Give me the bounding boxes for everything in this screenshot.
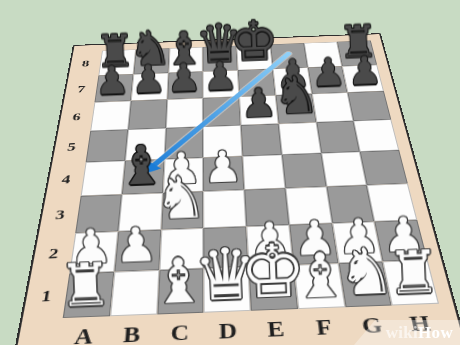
piece-white-pawn-d4[interactable]: ♟ (203, 145, 243, 190)
square-d3[interactable] (203, 190, 246, 228)
piece-black-knight-f6[interactable]: ♞ (272, 70, 320, 123)
square-e1[interactable]: ♚ (248, 265, 297, 311)
rank-label-7: 7 (64, 76, 99, 104)
file-label-e: E (251, 309, 303, 345)
piece-black-pawn-b7[interactable]: ♟ (130, 60, 166, 99)
square-c3[interactable]: ♞ (161, 191, 204, 229)
square-f5[interactable] (278, 122, 320, 154)
file-label-b: B (105, 314, 156, 345)
square-f4[interactable] (282, 153, 326, 188)
square-e6[interactable]: ♟ (239, 95, 278, 125)
square-h7[interactable]: ♟ (342, 65, 384, 93)
square-e8[interactable]: ♚ (236, 44, 272, 70)
square-a7[interactable]: ♟ (94, 74, 133, 102)
rank-label-5: 5 (52, 131, 90, 163)
square-h6[interactable] (348, 91, 392, 121)
file-label-d: D (204, 311, 253, 345)
piece-black-pawn-e6[interactable]: ♟ (240, 83, 277, 124)
square-e4[interactable] (242, 155, 285, 190)
square-h5[interactable] (354, 119, 400, 151)
square-g5[interactable] (316, 121, 360, 153)
piece-black-pawn-c7[interactable]: ♟ (166, 59, 202, 98)
screenshot-stage: 87654321ABCDEFGH♜♞♝♛♚♜♟♟♟♟♟♟♟♟♞♝♟♟♞♟♟♟♟♟… (0, 0, 460, 345)
square-h4[interactable] (360, 150, 408, 185)
file-label-f: F (298, 307, 352, 345)
square-d7[interactable]: ♟ (203, 70, 239, 98)
piece-black-pawn-d7[interactable]: ♟ (202, 57, 238, 96)
chess-board: 87654321ABCDEFGH♜♞♝♛♚♜♟♟♟♟♟♟♟♟♞♝♟♟♞♟♟♟♟♟… (11, 33, 460, 345)
square-a1[interactable]: ♜ (63, 272, 114, 318)
wikihow-watermark-wiki: wiki (386, 323, 418, 343)
rank-label-4: 4 (46, 162, 86, 197)
square-h1[interactable]: ♜ (383, 260, 439, 306)
square-a6[interactable] (90, 101, 130, 131)
square-f6[interactable]: ♞ (275, 94, 316, 124)
square-g1[interactable]: ♞ (338, 262, 392, 308)
board-grid: 87654321ABCDEFGH♜♞♝♛♚♜♟♟♟♟♟♟♟♟♞♝♟♟♞♟♟♟♟♟… (14, 34, 460, 345)
square-c7[interactable]: ♟ (167, 72, 203, 100)
wikihow-watermark-how: How (418, 323, 453, 343)
piece-white-rook-a1[interactable]: ♜ (58, 255, 113, 316)
rank-label-6: 6 (58, 102, 94, 132)
piece-black-pawn-h7[interactable]: ♟ (347, 52, 383, 91)
square-c6[interactable] (165, 98, 203, 128)
piece-white-knight-c3[interactable]: ♞ (154, 168, 208, 228)
square-b6[interactable] (128, 99, 167, 129)
file-label-c: C (155, 313, 204, 345)
square-e5[interactable] (241, 124, 282, 156)
square-d4[interactable]: ♟ (203, 156, 244, 191)
piece-black-pawn-a7[interactable]: ♟ (94, 62, 130, 101)
file-label-a: A (56, 316, 109, 345)
square-g4[interactable] (321, 152, 367, 187)
square-b7[interactable]: ♟ (131, 73, 168, 101)
square-d6[interactable] (203, 97, 241, 127)
piece-white-rook-h1[interactable]: ♜ (386, 243, 441, 304)
